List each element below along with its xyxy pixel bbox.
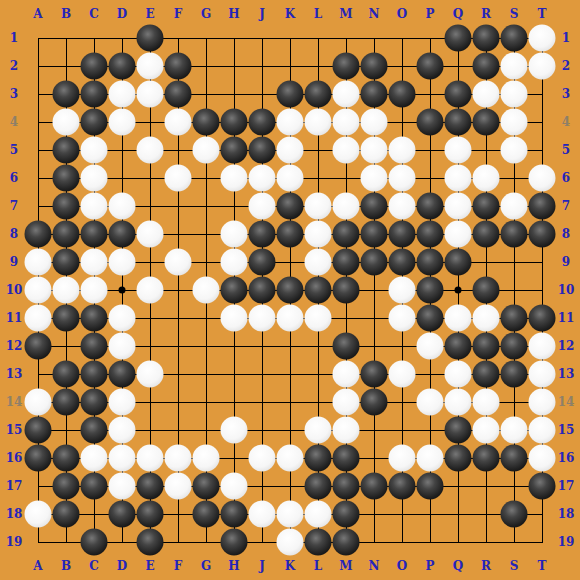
white-stone-E8[interactable]	[137, 221, 164, 248]
black-stone-N9[interactable]	[361, 249, 388, 276]
white-stone-D4[interactable]	[109, 109, 136, 136]
white-stone-K6[interactable]	[277, 165, 304, 192]
black-stone-S13[interactable]	[501, 361, 528, 388]
white-stone-T13[interactable]	[529, 361, 556, 388]
row-label-left-15: 15	[2, 422, 26, 438]
black-stone-C2[interactable]	[81, 53, 108, 80]
white-stone-R3[interactable]	[473, 81, 500, 108]
black-stone-L10[interactable]	[305, 277, 332, 304]
column-label-bottom-A: A	[26, 558, 50, 574]
black-stone-D18[interactable]	[109, 501, 136, 528]
black-stone-M9[interactable]	[333, 249, 360, 276]
black-stone-Q9[interactable]	[445, 249, 472, 276]
white-stone-E16[interactable]	[137, 445, 164, 472]
white-stone-E13[interactable]	[137, 361, 164, 388]
black-stone-K10[interactable]	[277, 277, 304, 304]
white-stone-J7[interactable]	[249, 193, 276, 220]
black-stone-D2[interactable]	[109, 53, 136, 80]
black-stone-O9[interactable]	[389, 249, 416, 276]
white-stone-F4[interactable]	[165, 109, 192, 136]
white-stone-D15[interactable]	[109, 417, 136, 444]
black-stone-D13[interactable]	[109, 361, 136, 388]
white-stone-Q6[interactable]	[445, 165, 472, 192]
column-label-bottom-L: L	[306, 558, 330, 574]
white-stone-G10[interactable]	[193, 277, 220, 304]
white-stone-G16[interactable]	[193, 445, 220, 472]
white-stone-C10[interactable]	[81, 277, 108, 304]
white-stone-N5[interactable]	[361, 137, 388, 164]
white-stone-K5[interactable]	[277, 137, 304, 164]
black-stone-P2[interactable]	[417, 53, 444, 80]
black-stone-B8[interactable]	[53, 221, 80, 248]
black-stone-E17[interactable]	[137, 473, 164, 500]
black-stone-M18[interactable]	[333, 501, 360, 528]
white-stone-C16[interactable]	[81, 445, 108, 472]
white-stone-A10[interactable]	[25, 277, 52, 304]
white-stone-G5[interactable]	[193, 137, 220, 164]
white-stone-E2[interactable]	[137, 53, 164, 80]
column-label-top-S: S	[502, 6, 526, 22]
black-stone-M12[interactable]	[333, 333, 360, 360]
black-stone-M10[interactable]	[333, 277, 360, 304]
black-stone-Q15[interactable]	[445, 417, 472, 444]
white-stone-S15[interactable]	[501, 417, 528, 444]
black-stone-B17[interactable]	[53, 473, 80, 500]
black-stone-P9[interactable]	[417, 249, 444, 276]
column-label-top-G: G	[194, 6, 218, 22]
black-stone-N13[interactable]	[361, 361, 388, 388]
white-stone-N4[interactable]	[361, 109, 388, 136]
white-stone-H8[interactable]	[221, 221, 248, 248]
black-stone-B3[interactable]	[53, 81, 80, 108]
white-stone-B4[interactable]	[53, 109, 80, 136]
black-stone-S11[interactable]	[501, 305, 528, 332]
black-stone-J10[interactable]	[249, 277, 276, 304]
black-stone-T17[interactable]	[529, 473, 556, 500]
white-stone-L11[interactable]	[305, 305, 332, 332]
white-stone-E3[interactable]	[137, 81, 164, 108]
white-stone-O10[interactable]	[389, 277, 416, 304]
black-stone-C3[interactable]	[81, 81, 108, 108]
column-label-top-R: R	[474, 6, 498, 22]
column-label-top-T: T	[530, 6, 554, 22]
white-stone-D3[interactable]	[109, 81, 136, 108]
white-stone-A18[interactable]	[25, 501, 52, 528]
row-label-right-15: 15	[554, 422, 578, 438]
white-stone-T14[interactable]	[529, 389, 556, 416]
black-stone-G18[interactable]	[193, 501, 220, 528]
white-stone-M5[interactable]	[333, 137, 360, 164]
black-stone-R16[interactable]	[473, 445, 500, 472]
white-stone-R15[interactable]	[473, 417, 500, 444]
row-label-right-5: 5	[554, 142, 578, 158]
white-stone-D7[interactable]	[109, 193, 136, 220]
black-stone-P10[interactable]	[417, 277, 444, 304]
white-stone-S7[interactable]	[501, 193, 528, 220]
column-label-bottom-J: J	[250, 558, 274, 574]
row-label-right-16: 16	[554, 450, 578, 466]
row-label-left-17: 17	[2, 478, 26, 494]
white-stone-C7[interactable]	[81, 193, 108, 220]
row-label-left-7: 7	[2, 198, 26, 214]
white-stone-O6[interactable]	[389, 165, 416, 192]
white-stone-O13[interactable]	[389, 361, 416, 388]
row-label-left-11: 11	[2, 310, 26, 326]
black-stone-B18[interactable]	[53, 501, 80, 528]
row-label-left-1: 1	[2, 30, 26, 46]
white-stone-L15[interactable]	[305, 417, 332, 444]
column-label-top-L: L	[306, 6, 330, 22]
white-stone-D16[interactable]	[109, 445, 136, 472]
column-label-top-Q: Q	[446, 6, 470, 22]
black-stone-T11[interactable]	[529, 305, 556, 332]
black-stone-H18[interactable]	[221, 501, 248, 528]
black-stone-Q1[interactable]	[445, 25, 472, 52]
black-stone-B11[interactable]	[53, 305, 80, 332]
row-label-left-6: 6	[2, 170, 26, 186]
black-stone-B14[interactable]	[53, 389, 80, 416]
black-stone-M16[interactable]	[333, 445, 360, 472]
row-label-right-10: 10	[554, 282, 578, 298]
black-stone-M2[interactable]	[333, 53, 360, 80]
black-stone-S12[interactable]	[501, 333, 528, 360]
white-stone-A9[interactable]	[25, 249, 52, 276]
white-stone-T16[interactable]	[529, 445, 556, 472]
black-stone-B7[interactable]	[53, 193, 80, 220]
hoshi-Q10	[455, 287, 462, 294]
row-label-right-14: 14	[554, 394, 578, 410]
hoshi-D10	[119, 287, 126, 294]
white-stone-D9[interactable]	[109, 249, 136, 276]
black-stone-R12[interactable]	[473, 333, 500, 360]
white-stone-K4[interactable]	[277, 109, 304, 136]
white-stone-T1[interactable]	[529, 25, 556, 52]
column-label-bottom-O: O	[390, 558, 414, 574]
black-stone-A15[interactable]	[25, 417, 52, 444]
row-label-left-16: 16	[2, 450, 26, 466]
white-stone-O11[interactable]	[389, 305, 416, 332]
column-label-bottom-Q: Q	[446, 558, 470, 574]
black-stone-M19[interactable]	[333, 529, 360, 556]
column-label-top-O: O	[390, 6, 414, 22]
white-stone-Q5[interactable]	[445, 137, 472, 164]
black-stone-J5[interactable]	[249, 137, 276, 164]
row-label-left-12: 12	[2, 338, 26, 354]
white-stone-P12[interactable]	[417, 333, 444, 360]
black-stone-N3[interactable]	[361, 81, 388, 108]
black-stone-P8[interactable]	[417, 221, 444, 248]
row-label-left-5: 5	[2, 142, 26, 158]
white-stone-A11[interactable]	[25, 305, 52, 332]
black-stone-F3[interactable]	[165, 81, 192, 108]
black-stone-S16[interactable]	[501, 445, 528, 472]
white-stone-O5[interactable]	[389, 137, 416, 164]
column-label-bottom-K: K	[278, 558, 302, 574]
black-stone-Q3[interactable]	[445, 81, 472, 108]
white-stone-D11[interactable]	[109, 305, 136, 332]
white-stone-Q7[interactable]	[445, 193, 472, 220]
white-stone-L9[interactable]	[305, 249, 332, 276]
white-stone-S3[interactable]	[501, 81, 528, 108]
white-stone-J16[interactable]	[249, 445, 276, 472]
white-stone-F6[interactable]	[165, 165, 192, 192]
row-label-left-19: 19	[2, 534, 26, 550]
black-stone-C15[interactable]	[81, 417, 108, 444]
white-stone-A14[interactable]	[25, 389, 52, 416]
black-stone-S8[interactable]	[501, 221, 528, 248]
black-stone-K8[interactable]	[277, 221, 304, 248]
column-label-bottom-S: S	[502, 558, 526, 574]
row-label-left-9: 9	[2, 254, 26, 270]
column-label-bottom-B: B	[54, 558, 78, 574]
black-stone-H10[interactable]	[221, 277, 248, 304]
black-stone-L16[interactable]	[305, 445, 332, 472]
column-label-top-F: F	[166, 6, 190, 22]
row-label-right-19: 19	[554, 534, 578, 550]
column-label-top-K: K	[278, 6, 302, 22]
white-stone-O7[interactable]	[389, 193, 416, 220]
column-label-top-J: J	[250, 6, 274, 22]
column-label-top-C: C	[82, 6, 106, 22]
black-stone-C17[interactable]	[81, 473, 108, 500]
black-stone-A8[interactable]	[25, 221, 52, 248]
white-stone-J6[interactable]	[249, 165, 276, 192]
row-label-right-7: 7	[554, 198, 578, 214]
column-label-top-E: E	[138, 6, 162, 22]
white-stone-M4[interactable]	[333, 109, 360, 136]
white-stone-E10[interactable]	[137, 277, 164, 304]
black-stone-R2[interactable]	[473, 53, 500, 80]
black-stone-H4[interactable]	[221, 109, 248, 136]
white-stone-R6[interactable]	[473, 165, 500, 192]
row-label-left-2: 2	[2, 58, 26, 74]
column-label-top-A: A	[26, 6, 50, 22]
black-stone-L19[interactable]	[305, 529, 332, 556]
black-stone-S1[interactable]	[501, 25, 528, 52]
column-label-bottom-R: R	[474, 558, 498, 574]
black-stone-O8[interactable]	[389, 221, 416, 248]
black-stone-P11[interactable]	[417, 305, 444, 332]
row-label-right-9: 9	[554, 254, 578, 270]
column-label-top-N: N	[362, 6, 386, 22]
black-stone-H5[interactable]	[221, 137, 248, 164]
white-stone-S2[interactable]	[501, 53, 528, 80]
row-label-right-2: 2	[554, 58, 578, 74]
white-stone-M3[interactable]	[333, 81, 360, 108]
black-stone-J4[interactable]	[249, 109, 276, 136]
black-stone-G17[interactable]	[193, 473, 220, 500]
white-stone-L7[interactable]	[305, 193, 332, 220]
white-stone-J11[interactable]	[249, 305, 276, 332]
white-stone-Q14[interactable]	[445, 389, 472, 416]
white-stone-P14[interactable]	[417, 389, 444, 416]
black-stone-H19[interactable]	[221, 529, 248, 556]
white-stone-P16[interactable]	[417, 445, 444, 472]
column-label-bottom-T: T	[530, 558, 554, 574]
black-stone-C12[interactable]	[81, 333, 108, 360]
column-label-bottom-E: E	[138, 558, 162, 574]
black-stone-O3[interactable]	[389, 81, 416, 108]
white-stone-H11[interactable]	[221, 305, 248, 332]
black-stone-R8[interactable]	[473, 221, 500, 248]
column-label-bottom-D: D	[110, 558, 134, 574]
white-stone-H17[interactable]	[221, 473, 248, 500]
black-stone-J9[interactable]	[249, 249, 276, 276]
row-label-right-17: 17	[554, 478, 578, 494]
black-stone-F2[interactable]	[165, 53, 192, 80]
black-stone-O17[interactable]	[389, 473, 416, 500]
black-stone-B6[interactable]	[53, 165, 80, 192]
black-stone-R4[interactable]	[473, 109, 500, 136]
white-stone-M14[interactable]	[333, 389, 360, 416]
white-stone-D12[interactable]	[109, 333, 136, 360]
black-stone-P7[interactable]	[417, 193, 444, 220]
white-stone-F9[interactable]	[165, 249, 192, 276]
black-stone-R1[interactable]	[473, 25, 500, 52]
black-stone-L3[interactable]	[305, 81, 332, 108]
black-stone-N8[interactable]	[361, 221, 388, 248]
black-stone-A16[interactable]	[25, 445, 52, 472]
row-label-right-3: 3	[554, 86, 578, 102]
black-stone-M17[interactable]	[333, 473, 360, 500]
white-stone-Q13[interactable]	[445, 361, 472, 388]
row-label-right-11: 11	[554, 310, 578, 326]
row-label-left-4: 4	[2, 114, 26, 130]
black-stone-N7[interactable]	[361, 193, 388, 220]
black-stone-G4[interactable]	[193, 109, 220, 136]
white-stone-L18[interactable]	[305, 501, 332, 528]
white-stone-M13[interactable]	[333, 361, 360, 388]
column-label-bottom-N: N	[362, 558, 386, 574]
black-stone-J8[interactable]	[249, 221, 276, 248]
row-label-left-18: 18	[2, 506, 26, 522]
column-label-top-D: D	[110, 6, 134, 22]
black-stone-M8[interactable]	[333, 221, 360, 248]
white-stone-M7[interactable]	[333, 193, 360, 220]
black-stone-R13[interactable]	[473, 361, 500, 388]
white-stone-S5[interactable]	[501, 137, 528, 164]
white-stone-E5[interactable]	[137, 137, 164, 164]
white-stone-H6[interactable]	[221, 165, 248, 192]
row-label-right-6: 6	[554, 170, 578, 186]
black-stone-D8[interactable]	[109, 221, 136, 248]
black-stone-B5[interactable]	[53, 137, 80, 164]
go-board[interactable]: AA11BB22CC33DD44EE55FF66GG77HH88JJ99KK10…	[0, 0, 580, 580]
white-stone-C5[interactable]	[81, 137, 108, 164]
white-stone-T2[interactable]	[529, 53, 556, 80]
row-label-right-8: 8	[554, 226, 578, 242]
black-stone-Q12[interactable]	[445, 333, 472, 360]
row-label-right-12: 12	[554, 338, 578, 354]
white-stone-Q8[interactable]	[445, 221, 472, 248]
column-label-top-H: H	[222, 6, 246, 22]
row-label-left-14: 14	[2, 394, 26, 410]
black-stone-C14[interactable]	[81, 389, 108, 416]
white-stone-N6[interactable]	[361, 165, 388, 192]
white-stone-T15[interactable]	[529, 417, 556, 444]
black-stone-R7[interactable]	[473, 193, 500, 220]
row-label-left-3: 3	[2, 86, 26, 102]
white-stone-K19[interactable]	[277, 529, 304, 556]
black-stone-B16[interactable]	[53, 445, 80, 472]
white-stone-D17[interactable]	[109, 473, 136, 500]
white-stone-H15[interactable]	[221, 417, 248, 444]
white-stone-K11[interactable]	[277, 305, 304, 332]
white-stone-Q11[interactable]	[445, 305, 472, 332]
black-stone-B13[interactable]	[53, 361, 80, 388]
white-stone-L8[interactable]	[305, 221, 332, 248]
white-stone-F17[interactable]	[165, 473, 192, 500]
row-label-left-13: 13	[2, 366, 26, 382]
black-stone-K7[interactable]	[277, 193, 304, 220]
black-stone-C13[interactable]	[81, 361, 108, 388]
black-stone-K3[interactable]	[277, 81, 304, 108]
row-label-left-10: 10	[2, 282, 26, 298]
row-label-left-8: 8	[2, 226, 26, 242]
white-stone-D14[interactable]	[109, 389, 136, 416]
white-stone-J18[interactable]	[249, 501, 276, 528]
black-stone-A12[interactable]	[25, 333, 52, 360]
white-stone-K18[interactable]	[277, 501, 304, 528]
row-label-right-4: 4	[554, 114, 578, 130]
white-stone-T12[interactable]	[529, 333, 556, 360]
black-stone-N17[interactable]	[361, 473, 388, 500]
column-label-bottom-C: C	[82, 558, 106, 574]
black-stone-Q16[interactable]	[445, 445, 472, 472]
black-stone-C11[interactable]	[81, 305, 108, 332]
black-stone-R10[interactable]	[473, 277, 500, 304]
column-label-top-P: P	[418, 6, 442, 22]
column-label-bottom-M: M	[334, 558, 358, 574]
white-stone-B10[interactable]	[53, 277, 80, 304]
white-stone-M15[interactable]	[333, 417, 360, 444]
white-stone-F16[interactable]	[165, 445, 192, 472]
column-label-bottom-P: P	[418, 558, 442, 574]
black-stone-Q4[interactable]	[445, 109, 472, 136]
column-label-bottom-G: G	[194, 558, 218, 574]
white-stone-H9[interactable]	[221, 249, 248, 276]
white-stone-R14[interactable]	[473, 389, 500, 416]
white-stone-R11[interactable]	[473, 305, 500, 332]
black-stone-L17[interactable]	[305, 473, 332, 500]
column-label-top-B: B	[54, 6, 78, 22]
column-label-bottom-H: H	[222, 558, 246, 574]
row-label-right-18: 18	[554, 506, 578, 522]
black-stone-T7[interactable]	[529, 193, 556, 220]
black-stone-E19[interactable]	[137, 529, 164, 556]
white-stone-S4[interactable]	[501, 109, 528, 136]
white-stone-C9[interactable]	[81, 249, 108, 276]
white-stone-K16[interactable]	[277, 445, 304, 472]
white-stone-C6[interactable]	[81, 165, 108, 192]
black-stone-N2[interactable]	[361, 53, 388, 80]
black-stone-E1[interactable]	[137, 25, 164, 52]
black-stone-E18[interactable]	[137, 501, 164, 528]
white-stone-L4[interactable]	[305, 109, 332, 136]
row-label-right-1: 1	[554, 30, 578, 46]
black-stone-P17[interactable]	[417, 473, 444, 500]
black-stone-N14[interactable]	[361, 389, 388, 416]
white-stone-T6[interactable]	[529, 165, 556, 192]
white-stone-O16[interactable]	[389, 445, 416, 472]
black-stone-B9[interactable]	[53, 249, 80, 276]
black-stone-C8[interactable]	[81, 221, 108, 248]
black-stone-C4[interactable]	[81, 109, 108, 136]
black-stone-C19[interactable]	[81, 529, 108, 556]
black-stone-P4[interactable]	[417, 109, 444, 136]
black-stone-T8[interactable]	[529, 221, 556, 248]
black-stone-S18[interactable]	[501, 501, 528, 528]
